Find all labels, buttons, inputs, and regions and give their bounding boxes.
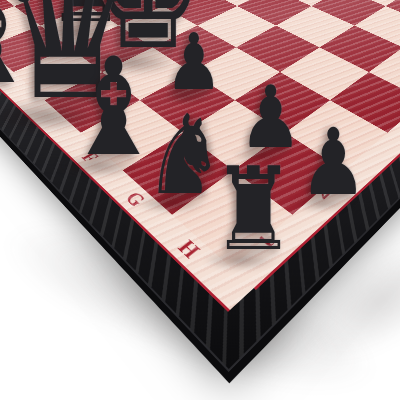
chess-board-photo: F G H 1 2 ♝ ♛ ♜ ♚ ♝ <box>0 0 400 400</box>
pieces-layer: ♝ ♛ ♜ ♚ ♝ ♞ ♜ ♟ ♟ ♟ <box>0 0 400 400</box>
piece-black-pawn-h2[interactable]: ♟ <box>299 117 367 209</box>
piece-black-pawn-f2[interactable]: ♟ <box>165 23 222 101</box>
piece-black-rook-h1[interactable]: ♜ <box>211 152 296 267</box>
